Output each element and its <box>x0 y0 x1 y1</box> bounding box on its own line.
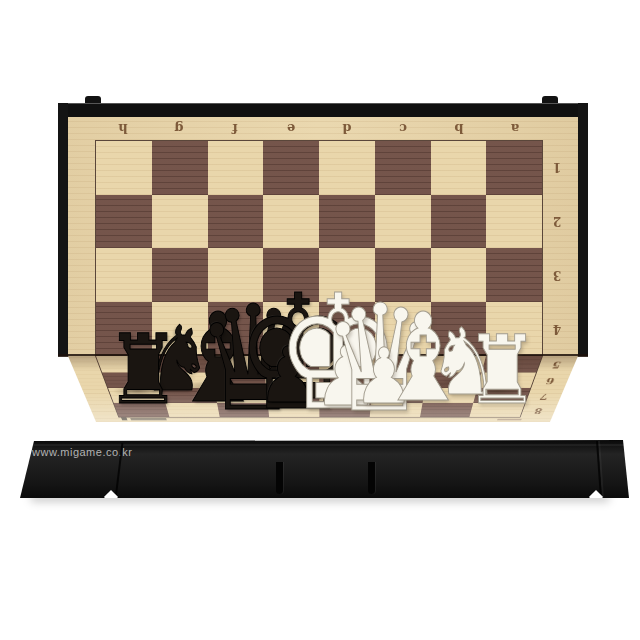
square <box>375 195 431 249</box>
square <box>263 141 319 195</box>
square <box>96 248 152 302</box>
rank-label: 3 <box>547 267 567 283</box>
square <box>486 141 542 195</box>
drawer-notch-right <box>368 462 375 494</box>
file-label: f <box>207 119 263 139</box>
file-label: d <box>319 119 375 139</box>
file-label: e <box>263 119 319 139</box>
rank-label: 5 <box>547 360 567 370</box>
chess-set-photo: hgfedcba 1234 5678 ♞♜♝♛♚♟♚♟♛♟♝♞♜ www.mig… <box>0 0 640 640</box>
file-label: g <box>151 119 207 139</box>
case-frame-left <box>58 103 68 356</box>
file-label: b <box>431 119 487 139</box>
case-front: www.migame.co.kr <box>20 438 630 500</box>
square <box>152 141 208 195</box>
square <box>263 195 319 249</box>
square <box>375 141 431 195</box>
case-frame-right <box>578 103 588 356</box>
square <box>319 141 375 195</box>
case-top-edge <box>58 103 588 118</box>
watermark-url: www.migame.co.kr <box>32 446 132 458</box>
rank-label: 1 <box>547 159 567 175</box>
square <box>431 195 487 249</box>
rank-label: 2 <box>547 213 567 229</box>
square <box>486 195 542 249</box>
file-label: h <box>95 119 151 139</box>
square <box>208 141 264 195</box>
square <box>96 141 152 195</box>
file-label: c <box>375 119 431 139</box>
drawer-notch-left <box>276 462 283 494</box>
square <box>486 248 542 302</box>
file-label: a <box>487 119 543 139</box>
piece-white-rook: ♜ <box>459 323 544 397</box>
square <box>431 141 487 195</box>
rank-label: 4 <box>547 321 567 337</box>
square <box>319 195 375 249</box>
case-seam-right <box>596 441 602 498</box>
square <box>96 195 152 249</box>
file-labels: hgfedcba <box>95 119 543 139</box>
square <box>208 195 264 249</box>
square <box>152 195 208 249</box>
rook-glyph: ♜ <box>465 323 540 418</box>
